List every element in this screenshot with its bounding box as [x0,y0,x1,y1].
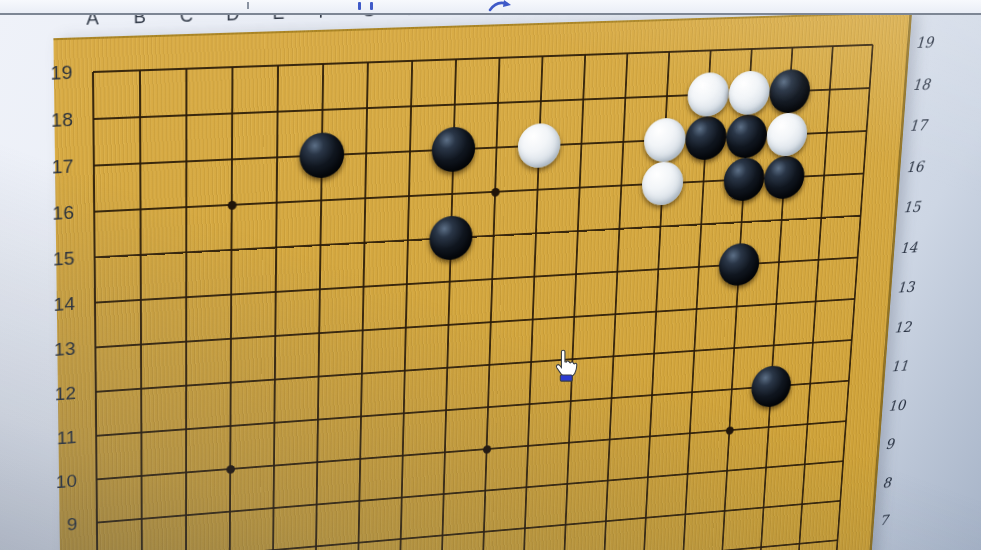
undo-arrow-icon[interactable] [487,0,515,12]
row-label-left-16: 16 [27,202,74,226]
row-label-right-12: 12 [894,316,933,335]
row-label-right-18: 18 [912,74,952,93]
star-point-K16 [491,187,500,196]
toolbar-strip [0,0,981,15]
row-label-left-11: 11 [30,427,76,451]
row-label-left-18: 18 [25,109,73,133]
row-label-right-13: 13 [897,277,937,296]
go-board-scene: ABCDEFGHJKLMNOPQRST191817161514131211109… [4,0,970,550]
row-label-left-19: 19 [25,61,73,85]
star-point-D10 [226,464,235,473]
row-label-left-9: 9 [32,514,78,538]
row-label-left-15: 15 [28,248,75,272]
row-label-left-13: 13 [29,338,76,362]
star-point-D16 [227,200,236,209]
row-label-right-11: 11 [891,356,930,375]
row-label-right-19: 19 [915,33,956,52]
toolbar-divider-fragment [247,2,249,9]
row-label-right-16: 16 [906,156,946,175]
star-point-Q10 [725,426,733,435]
star-point-K10 [482,445,490,454]
row-label-left-10: 10 [31,471,77,495]
row-label-left-12: 12 [30,383,76,407]
row-label-right-15: 15 [903,197,943,216]
toolbar-button-fragment-icon[interactable] [358,2,361,10]
row-label-right-9: 9 [885,433,924,452]
row-label-right-14: 14 [900,237,940,256]
row-label-right-17: 17 [909,115,949,134]
row-label-left-14: 14 [28,293,75,317]
hand-cursor-icon [551,349,578,386]
monitor-screen: ABCDEFGHJKLMNOPQRST191817161514131211109… [0,0,981,550]
row-label-right-7: 7 [879,509,918,528]
toolbar-button-fragment-icon[interactable] [370,2,373,10]
row-label-left-17: 17 [26,155,73,179]
row-label-right-8: 8 [882,471,921,490]
row-label-right-10: 10 [888,395,927,414]
grid-line-col-C [185,69,188,550]
